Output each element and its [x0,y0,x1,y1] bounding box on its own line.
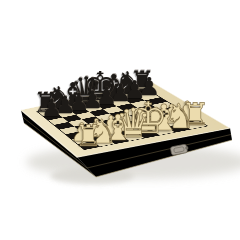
product-photo-chess-set: ♜♞♝♛♚♝♞♜♟♟♟♟♟♟♟♟♟♟♟♟♟♟♟♟♜♞♝♛♚♝♞♜ [0,0,240,240]
